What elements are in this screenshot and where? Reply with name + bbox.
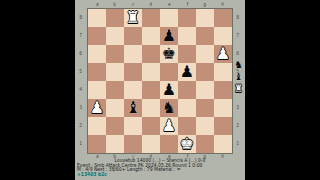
white-pawn[interactable]: ♟ — [162, 117, 176, 135]
engine-eval-line: +13403 b2c — [77, 172, 243, 174]
square-e5[interactable] — [160, 63, 178, 81]
square-g4[interactable] — [196, 81, 214, 99]
square-g7[interactable] — [196, 27, 214, 45]
square-g8[interactable] — [196, 9, 214, 27]
square-d5[interactable] — [142, 63, 160, 81]
white-pawn[interactable]: ♟ — [216, 45, 230, 63]
square-c4[interactable] — [124, 81, 142, 99]
square-c1[interactable] — [124, 135, 142, 153]
square-e2[interactable]: ♟ — [160, 117, 178, 135]
square-a2[interactable] — [88, 117, 106, 135]
rank-label-2: 2 — [80, 124, 83, 128]
square-d1[interactable] — [142, 135, 160, 153]
rank-label-3: 3 — [80, 106, 83, 110]
square-f6[interactable] — [178, 45, 196, 63]
black-pawn[interactable]: ♟ — [162, 81, 176, 99]
file-label-g: g — [204, 3, 207, 7]
white-rook[interactable]: ♜ — [126, 9, 140, 27]
square-c7[interactable] — [124, 27, 142, 45]
square-h7[interactable] — [214, 27, 232, 45]
file-label-d: d — [150, 3, 153, 7]
white-pawn[interactable]: ♟ — [90, 99, 104, 117]
rank-label-3: 3 — [237, 106, 240, 110]
square-d4[interactable] — [142, 81, 160, 99]
square-b5[interactable] — [106, 63, 124, 81]
square-d8[interactable] — [142, 9, 160, 27]
square-h4[interactable] — [214, 81, 232, 99]
file-label-c: c — [132, 3, 134, 7]
square-a7[interactable] — [88, 27, 106, 45]
players-line: Louvetub 14000 (...) -- Stencis A (...) … — [77, 158, 243, 160]
rank-label-1: 1 — [80, 142, 83, 146]
black-pawn[interactable]: ♟ — [162, 27, 176, 45]
rank-label-6: 6 — [80, 52, 83, 56]
square-g3[interactable] — [196, 99, 214, 117]
rank-label-1: 1 — [237, 142, 240, 146]
square-e3[interactable]: ♞ — [160, 99, 178, 117]
rank-label-8: 8 — [237, 16, 240, 20]
tray-white-rook: ♜ — [234, 83, 243, 95]
file-label-b: b — [114, 3, 117, 7]
square-d7[interactable] — [142, 27, 160, 45]
square-c2[interactable] — [124, 117, 142, 135]
file-label-e: e — [168, 3, 171, 7]
black-king[interactable]: ♚ — [162, 45, 176, 63]
chess-board: ♜♟♚♟♟♟♟♝♞♟♚ — [87, 8, 233, 154]
square-f3[interactable] — [178, 99, 196, 117]
rank-labels-left: 87654321 — [76, 9, 86, 153]
stats-line: M : 4/9 Next : 38/60+ Length : 79 Materi… — [77, 167, 243, 169]
square-c3[interactable]: ♝ — [124, 99, 142, 117]
square-h8[interactable] — [214, 9, 232, 27]
file-label-h: h — [222, 3, 225, 7]
square-e8[interactable] — [160, 9, 178, 27]
rank-label-4: 4 — [80, 88, 83, 92]
square-b3[interactable] — [106, 99, 124, 117]
rank-label-7: 7 — [80, 34, 83, 38]
square-f4[interactable] — [178, 81, 196, 99]
file-label-a: a — [96, 3, 99, 7]
rank-label-6: 6 — [237, 52, 240, 56]
square-c5[interactable] — [124, 63, 142, 81]
rank-label-8: 8 — [80, 16, 83, 20]
square-e6[interactable]: ♚ — [160, 45, 178, 63]
square-a8[interactable] — [88, 9, 106, 27]
square-d2[interactable] — [142, 117, 160, 135]
square-b4[interactable] — [106, 81, 124, 99]
square-a4[interactable] — [88, 81, 106, 99]
black-bishop[interactable]: ♝ — [126, 99, 140, 117]
square-f8[interactable] — [178, 9, 196, 27]
square-a6[interactable] — [88, 45, 106, 63]
rank-label-7: 7 — [237, 34, 240, 38]
tray-black-bishop: ♝ — [234, 71, 243, 83]
square-h5[interactable] — [214, 63, 232, 81]
square-h1[interactable] — [214, 135, 232, 153]
square-h2[interactable] — [214, 117, 232, 135]
chess-gui-panel: abcdefgh 87654321 ♜♟♚♟♟♟♟♝♞♟♚ 87654321 a… — [75, 0, 245, 180]
square-e4[interactable]: ♟ — [160, 81, 178, 99]
square-h3[interactable] — [214, 99, 232, 117]
game-info-footer: Louvetub 14000 (...) -- Stencis A (...) … — [77, 158, 243, 176]
letterbox-stage: abcdefgh 87654321 ♜♟♚♟♟♟♟♝♞♟♚ 87654321 a… — [0, 0, 320, 180]
square-b1[interactable] — [106, 135, 124, 153]
square-f7[interactable] — [178, 27, 196, 45]
square-b8[interactable] — [106, 9, 124, 27]
black-pawn[interactable]: ♟ — [180, 63, 194, 81]
square-g1[interactable] — [196, 135, 214, 153]
square-g5[interactable] — [196, 63, 214, 81]
rank-label-2: 2 — [237, 124, 240, 128]
file-label-f: f — [186, 3, 188, 7]
square-g2[interactable] — [196, 117, 214, 135]
square-f1[interactable]: ♚ — [178, 135, 196, 153]
white-king[interactable]: ♚ — [180, 135, 194, 153]
square-a1[interactable] — [88, 135, 106, 153]
square-b2[interactable] — [106, 117, 124, 135]
square-b7[interactable] — [106, 27, 124, 45]
square-b6[interactable] — [106, 45, 124, 63]
square-a3[interactable]: ♟ — [88, 99, 106, 117]
square-f2[interactable] — [178, 117, 196, 135]
square-d6[interactable] — [142, 45, 160, 63]
square-a5[interactable] — [88, 63, 106, 81]
square-g6[interactable] — [196, 45, 214, 63]
black-knight[interactable]: ♞ — [162, 99, 176, 117]
square-d3[interactable] — [142, 99, 160, 117]
square-c8[interactable]: ♜ — [124, 9, 142, 27]
square-e7[interactable]: ♟ — [160, 27, 178, 45]
square-e1[interactable] — [160, 135, 178, 153]
square-f5[interactable]: ♟ — [178, 63, 196, 81]
event-line: Event : Smb Attack Centre PK 2024.05.26 … — [77, 163, 243, 165]
tray-black-knight: ♞ — [234, 59, 243, 71]
captured-material-tray: ♞♝♜ — [232, 59, 245, 95]
square-c6[interactable] — [124, 45, 142, 63]
rank-label-5: 5 — [80, 70, 83, 74]
square-h6[interactable]: ♟ — [214, 45, 232, 63]
